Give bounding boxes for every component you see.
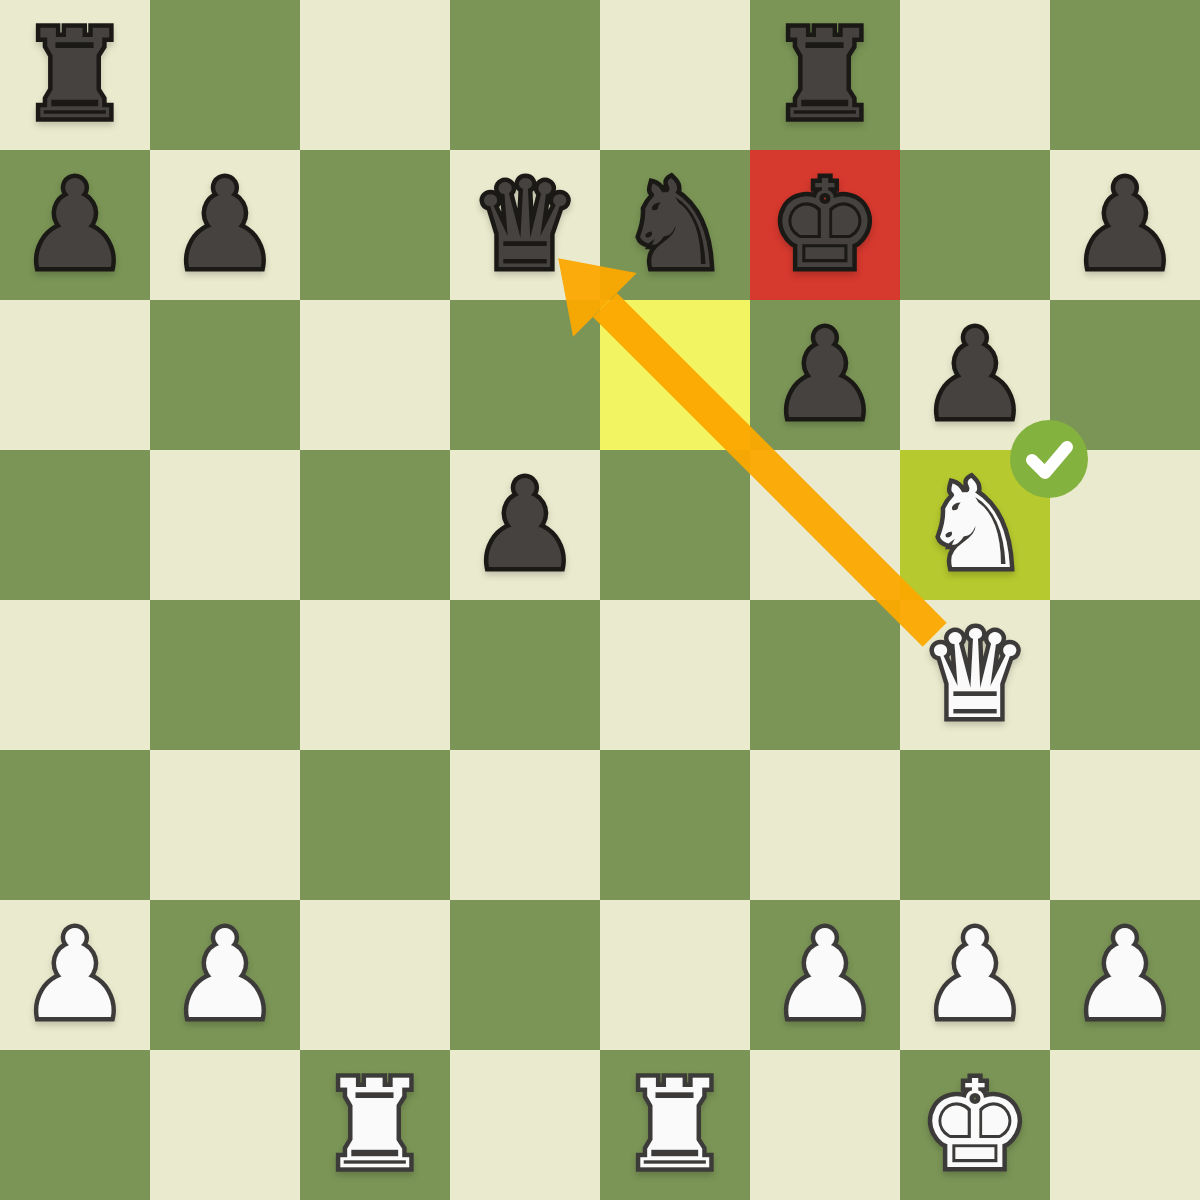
square-g8[interactable] [900,0,1050,150]
square-d8[interactable] [450,0,600,150]
piece-white-pawn-b2[interactable] [150,900,300,1050]
square-e8[interactable] [600,0,750,150]
square-e3[interactable] [600,750,750,900]
square-h6[interactable] [1050,300,1200,450]
piece-black-pawn-a7[interactable] [0,150,150,300]
piece-white-pawn-a2[interactable] [0,900,150,1050]
square-a4[interactable] [0,600,150,750]
square-h1[interactable] [1050,1050,1200,1200]
square-d4[interactable] [450,600,600,750]
square-g3[interactable] [900,750,1050,900]
piece-black-queen-d7[interactable] [450,150,600,300]
piece-black-knight-e7[interactable] [600,150,750,300]
square-d6[interactable] [450,300,600,450]
piece-black-rook-f8[interactable] [750,0,900,150]
square-f3[interactable] [750,750,900,900]
square-e5[interactable] [600,450,750,600]
piece-black-pawn-b7[interactable] [150,150,300,300]
square-b4[interactable] [150,600,300,750]
square-h3[interactable] [1050,750,1200,900]
piece-white-rook-e1[interactable] [600,1050,750,1200]
square-f4[interactable] [750,600,900,750]
square-b8[interactable] [150,0,300,150]
piece-white-knight-g5[interactable] [900,450,1050,600]
square-h5[interactable] [1050,450,1200,600]
square-b1[interactable] [150,1050,300,1200]
square-d2[interactable] [450,900,600,1050]
square-a1[interactable] [0,1050,150,1200]
square-g7[interactable] [900,150,1050,300]
square-e2[interactable] [600,900,750,1050]
square-a3[interactable] [0,750,150,900]
square-e6[interactable] [600,300,750,450]
square-b5[interactable] [150,450,300,600]
square-d3[interactable] [450,750,600,900]
square-c6[interactable] [300,300,450,450]
square-a6[interactable] [0,300,150,450]
square-a5[interactable] [0,450,150,600]
piece-white-pawn-f2[interactable] [750,900,900,1050]
square-e4[interactable] [600,600,750,750]
square-b6[interactable] [150,300,300,450]
piece-black-pawn-h7[interactable] [1050,150,1200,300]
square-c7[interactable] [300,150,450,300]
piece-black-pawn-g6[interactable] [900,300,1050,450]
square-c3[interactable] [300,750,450,900]
square-f5[interactable] [750,450,900,600]
piece-black-pawn-f6[interactable] [750,300,900,450]
piece-white-pawn-g2[interactable] [900,900,1050,1050]
piece-white-rook-c1[interactable] [300,1050,450,1200]
piece-black-pawn-d5[interactable] [450,450,600,600]
square-d1[interactable] [450,1050,600,1200]
square-b3[interactable] [150,750,300,900]
piece-white-queen-g4[interactable] [900,600,1050,750]
chess-board-wrap [0,0,1200,1200]
square-h8[interactable] [1050,0,1200,150]
square-c8[interactable] [300,0,450,150]
square-c5[interactable] [300,450,450,600]
square-h4[interactable] [1050,600,1200,750]
square-c2[interactable] [300,900,450,1050]
piece-white-king-g1[interactable] [900,1050,1050,1200]
piece-black-rook-a8[interactable] [0,0,150,150]
square-c4[interactable] [300,600,450,750]
square-f1[interactable] [750,1050,900,1200]
piece-white-pawn-h2[interactable] [1050,900,1200,1050]
piece-black-king-f7[interactable] [750,150,900,300]
